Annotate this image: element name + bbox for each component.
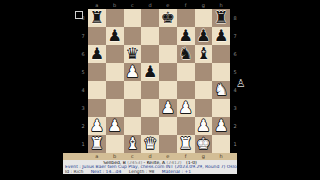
square-b3[interactable] (106, 99, 124, 117)
square-g8[interactable] (195, 9, 213, 27)
square-e4[interactable] (159, 81, 177, 99)
piece-wp[interactable]: ♟ (107, 117, 121, 135)
coord-label: a (88, 2, 106, 8)
square-c2[interactable] (124, 117, 142, 135)
square-h4[interactable]: ♞ (212, 81, 230, 99)
square-e1[interactable] (159, 135, 177, 153)
square-d4[interactable] (141, 81, 159, 99)
square-d6[interactable] (141, 45, 159, 63)
coord-label: b (106, 153, 124, 160)
square-f7[interactable]: ♟ (177, 27, 195, 45)
square-a5[interactable] (88, 63, 106, 81)
piece-bp[interactable]: ♟ (107, 27, 121, 45)
square-b4[interactable] (106, 81, 124, 99)
next-move: Next : 14...d4 (91, 170, 122, 174)
material-balance: Material : +1 (162, 170, 191, 174)
square-c5[interactable]: ♟ (124, 63, 142, 81)
piece-wn[interactable]: ♞ (214, 81, 228, 99)
square-a2[interactable]: ♟ (88, 117, 106, 135)
square-d1[interactable]: ♛ (141, 135, 159, 153)
piece-bp[interactable]: ♟ (90, 45, 104, 63)
piece-bk[interactable]: ♚ (161, 9, 175, 27)
square-h3[interactable] (212, 99, 230, 117)
square-d7[interactable] (141, 27, 159, 45)
black-to-move-indicator (75, 11, 83, 19)
square-d3[interactable] (141, 99, 159, 117)
coord-label: 3 (232, 99, 238, 117)
square-f8[interactable] (177, 9, 195, 27)
coord-label: g (195, 2, 213, 8)
square-a6[interactable]: ♟ (88, 45, 106, 63)
chess-app-window: abcdefgh 87654321 87654321 ♜♚♜♟♟♟♟♟♛♞♝♟♟… (0, 0, 320, 180)
square-e5[interactable] (159, 63, 177, 81)
square-e2[interactable] (159, 117, 177, 135)
coord-label: 6 (80, 45, 86, 63)
piece-wk[interactable]: ♚ (196, 135, 210, 153)
square-d8[interactable] (141, 9, 159, 27)
square-e6[interactable] (159, 45, 177, 63)
square-f1[interactable]: ♜ (177, 135, 195, 153)
piece-bp[interactable]: ♟ (196, 27, 210, 45)
coord-label: 4 (80, 81, 86, 99)
square-f6[interactable]: ♞ (177, 45, 195, 63)
coord-label: d (141, 153, 159, 160)
square-g1[interactable]: ♚ (195, 135, 213, 153)
white-player-name: Sellbed, B (103, 161, 126, 165)
piece-bn[interactable]: ♞ (178, 45, 192, 63)
black-player-name: Keilte, A (147, 161, 165, 165)
coord-label: 7 (80, 27, 86, 45)
game-result: (1-0) (183, 161, 197, 165)
white-player-rating: (2453) (127, 161, 142, 165)
coord-label: f (177, 2, 195, 8)
square-b8[interactable] (106, 9, 124, 27)
square-g5[interactable] (195, 63, 213, 81)
square-g7[interactable]: ♟ (195, 27, 213, 45)
square-a3[interactable] (88, 99, 106, 117)
piece-wp[interactable]: ♟ (161, 99, 175, 117)
coord-label: 3 (80, 99, 86, 117)
file-labels-bottom: abcdefgh (88, 153, 230, 160)
piece-bq[interactable]: ♛ (125, 45, 139, 63)
square-c3[interactable] (124, 99, 142, 117)
square-g2[interactable]: ♟ (195, 117, 213, 135)
coord-label: 1 (232, 135, 238, 153)
piece-br[interactable]: ♜ (214, 9, 228, 27)
piece-wp[interactable]: ♟ (125, 63, 139, 81)
square-b1[interactable] (106, 135, 124, 153)
square-d2[interactable] (141, 117, 159, 135)
coord-label: 2 (232, 117, 238, 135)
square-h6[interactable] (212, 45, 230, 63)
black-player-rating: (2412) (167, 161, 182, 165)
square-c4[interactable] (124, 81, 142, 99)
square-g6[interactable]: ♝ (195, 45, 213, 63)
piece-wp[interactable]: ♟ (178, 99, 192, 117)
file-labels-top: abcdefgh (88, 2, 230, 8)
piece-wr[interactable]: ♜ (178, 135, 192, 153)
piece-br[interactable]: ♜ (90, 9, 104, 27)
chess-board[interactable]: ♜♚♜♟♟♟♟♟♛♞♝♟♟♞♟♟♟♟♟♟♜♝♛♜♚ (88, 9, 230, 153)
square-a8[interactable]: ♜ (88, 9, 106, 27)
coord-label: 6 (232, 45, 238, 63)
square-e3[interactable]: ♟ (159, 99, 177, 117)
coord-label: g (195, 153, 213, 160)
game-info-panel: Sellbed, B (2453) - Keilte, A (2412) (1-… (63, 160, 237, 174)
square-b7[interactable]: ♟ (106, 27, 124, 45)
coord-label: b (106, 2, 124, 8)
square-f5[interactable] (177, 63, 195, 81)
square-h5[interactable] (212, 63, 230, 81)
piece-wp[interactable]: ♟ (214, 117, 228, 135)
coord-label: d (141, 2, 159, 8)
piece-bp[interactable]: ♟ (178, 27, 192, 45)
square-h2[interactable]: ♟ (212, 117, 230, 135)
square-a7[interactable] (88, 27, 106, 45)
piece-bp[interactable]: ♟ (143, 63, 157, 81)
coord-label: e (159, 2, 177, 8)
square-h1[interactable] (212, 135, 230, 153)
square-h8[interactable]: ♜ (212, 9, 230, 27)
coord-label: 7 (232, 27, 238, 45)
info-line: Id : Rich Next : 14...d4 Length : 98 Mat… (63, 170, 237, 175)
coord-label: 2 (80, 117, 86, 135)
square-b2[interactable]: ♟ (106, 117, 124, 135)
square-c6[interactable]: ♛ (124, 45, 142, 63)
coord-label: h (212, 2, 230, 8)
coord-label: a (88, 153, 106, 160)
square-a1[interactable]: ♜ (88, 135, 106, 153)
square-g4[interactable] (195, 81, 213, 99)
coord-label: 1 (80, 135, 86, 153)
square-g3[interactable] (195, 99, 213, 117)
square-d5[interactable]: ♟ (141, 63, 159, 81)
square-b5[interactable] (106, 63, 124, 81)
material-advantage-pawn-icon: ♙ (236, 78, 246, 90)
game-length: Length : 98 (129, 170, 155, 174)
square-f2[interactable] (177, 117, 195, 135)
coord-label: 8 (232, 9, 238, 27)
game-id: Id : Rich (65, 170, 83, 174)
square-e8[interactable]: ♚ (159, 9, 177, 27)
coord-label: 5 (80, 63, 86, 81)
piece-wb[interactable]: ♝ (125, 135, 139, 153)
square-f3[interactable]: ♟ (177, 99, 195, 117)
coord-label: c (124, 2, 142, 8)
coord-label: c (124, 153, 142, 160)
square-c8[interactable] (124, 9, 142, 27)
coord-label: e (159, 153, 177, 160)
players-separator: - (144, 161, 146, 165)
piece-wq[interactable]: ♛ (143, 135, 157, 153)
rank-labels-left: 87654321 (80, 9, 86, 153)
piece-wp[interactable]: ♟ (90, 117, 104, 135)
square-e7[interactable] (159, 27, 177, 45)
square-h7[interactable]: ♟ (212, 27, 230, 45)
square-c7[interactable] (124, 27, 142, 45)
piece-wp[interactable]: ♟ (196, 117, 210, 135)
coord-label: f (177, 153, 195, 160)
square-a4[interactable] (88, 81, 106, 99)
square-f4[interactable] (177, 81, 195, 99)
square-c1[interactable]: ♝ (124, 135, 142, 153)
piece-bb[interactable]: ♝ (196, 45, 210, 63)
piece-bp[interactable]: ♟ (214, 27, 228, 45)
coord-label: h (212, 153, 230, 160)
piece-wr[interactable]: ♜ (90, 135, 104, 153)
square-b6[interactable] (106, 45, 124, 63)
